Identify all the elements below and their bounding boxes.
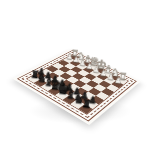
white-rook: ♜ bbox=[114, 71, 131, 82]
black-rook: ♜ bbox=[26, 68, 44, 80]
square-f2: ♟ bbox=[96, 74, 108, 81]
product-photo: ♜♞♝♛♚♝♞♜♟♟♟♟♟♟♟♟♟♟♟♟♟♟♟♟♜♞♝♛♚♝♞♜ bbox=[0, 0, 150, 150]
square-e8: ♚ bbox=[55, 91, 69, 99]
white-king: ♚ bbox=[93, 57, 110, 71]
